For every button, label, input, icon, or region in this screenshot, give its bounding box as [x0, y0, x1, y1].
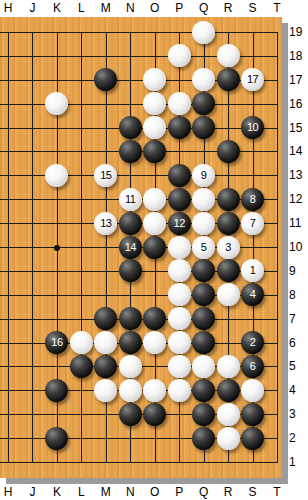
stone-P12	[168, 188, 191, 211]
col-label-bottom-S: S	[244, 485, 262, 499]
stone-P16	[168, 92, 191, 115]
stone-S2	[241, 427, 264, 450]
stone-Q19	[192, 21, 215, 44]
col-label-top-P: P	[170, 1, 188, 15]
stone-S15-move-10: 10	[241, 116, 264, 139]
stone-N3	[119, 403, 142, 426]
col-label-bottom-J: J	[23, 485, 41, 499]
stone-Q11	[192, 212, 215, 235]
row-label-14: 14	[289, 144, 308, 158]
stone-P6	[168, 331, 191, 354]
stone-Q4	[192, 379, 215, 402]
stone-O17	[143, 68, 166, 91]
stone-Q15	[192, 116, 215, 139]
stone-M6	[94, 331, 117, 354]
stone-L6	[70, 331, 93, 354]
stone-K6-move-16: 16	[45, 331, 68, 354]
stone-S12-move-8: 8	[241, 188, 264, 211]
col-label-top-J: J	[23, 1, 41, 15]
stone-P4	[168, 379, 191, 402]
grid-line-row-16	[0, 104, 278, 105]
stone-Q13-move-9: 9	[192, 164, 215, 187]
stone-R18	[217, 44, 240, 67]
stone-N14	[119, 140, 142, 163]
stone-Q6	[192, 331, 215, 354]
stone-P10	[168, 236, 191, 259]
col-label-top-L: L	[72, 1, 90, 15]
go-diagram: HJKLMNOPQRST 1710159118131271453141626 1…	[0, 0, 308, 500]
stone-S6-move-2: 2	[241, 331, 264, 354]
stone-R5	[217, 355, 240, 378]
stone-N15	[119, 116, 142, 139]
stone-S3	[241, 403, 264, 426]
stone-K13	[45, 164, 68, 187]
go-board[interactable]: 1710159118131271453141626	[0, 17, 282, 478]
grid-line-row-19	[0, 32, 278, 33]
stone-N5	[119, 355, 142, 378]
stone-O11	[143, 212, 166, 235]
stone-R11	[217, 212, 240, 235]
stone-Q8	[192, 283, 215, 306]
row-label-10: 10	[289, 240, 308, 254]
stone-O3	[143, 403, 166, 426]
row-label-19: 19	[289, 25, 308, 39]
stone-P5	[168, 355, 191, 378]
row-label-2: 2	[289, 431, 308, 445]
row-label-8: 8	[289, 288, 308, 302]
stone-K16	[45, 92, 68, 115]
stone-R10-move-3: 3	[217, 236, 240, 259]
col-label-top-T: T	[268, 1, 286, 15]
col-label-bottom-P: P	[170, 485, 188, 499]
col-label-top-S: S	[244, 1, 262, 15]
col-label-bottom-L: L	[72, 485, 90, 499]
row-label-1: 1	[289, 455, 308, 469]
stone-S8-move-4: 4	[241, 283, 264, 306]
stone-M17	[94, 68, 117, 91]
stone-R3	[217, 403, 240, 426]
row-label-12: 12	[289, 192, 308, 206]
stone-N4	[119, 379, 142, 402]
row-label-18: 18	[289, 49, 308, 63]
row-label-16: 16	[289, 97, 308, 111]
stone-N6	[119, 331, 142, 354]
stone-O12	[143, 188, 166, 211]
stone-Q12	[192, 188, 215, 211]
col-label-bottom-O: O	[146, 485, 164, 499]
stone-L5	[70, 355, 93, 378]
stone-S9-move-1: 1	[241, 259, 264, 282]
stone-P7	[168, 307, 191, 330]
stone-M5	[94, 355, 117, 378]
row-label-17: 17	[289, 73, 308, 87]
col-label-top-M: M	[97, 1, 115, 15]
stone-M13-move-15: 15	[94, 164, 117, 187]
col-label-bottom-N: N	[121, 485, 139, 499]
stone-S4	[241, 379, 264, 402]
stone-Q9	[192, 259, 215, 282]
col-label-bottom-K: K	[48, 485, 66, 499]
stone-P15	[168, 116, 191, 139]
stone-O7	[143, 307, 166, 330]
stone-K2	[45, 427, 68, 450]
stone-Q3	[192, 403, 215, 426]
row-label-13: 13	[289, 168, 308, 182]
grid-line-col-J	[32, 32, 33, 463]
stone-M4	[94, 379, 117, 402]
stone-O6	[143, 331, 166, 354]
stone-N9	[119, 259, 142, 282]
stone-Q7	[192, 307, 215, 330]
stone-Q5	[192, 355, 215, 378]
row-label-11: 11	[289, 216, 308, 230]
grid-line-col-L	[81, 32, 82, 463]
row-label-6: 6	[289, 336, 308, 350]
grid-line-col-T	[277, 32, 278, 463]
row-label-5: 5	[289, 359, 308, 373]
stone-Q17	[192, 68, 215, 91]
col-label-top-K: K	[48, 1, 66, 15]
row-label-3: 3	[289, 407, 308, 421]
col-label-bottom-Q: Q	[195, 485, 213, 499]
col-label-bottom-R: R	[219, 485, 237, 499]
stone-P9	[168, 259, 191, 282]
stone-Q16	[192, 92, 215, 115]
row-label-7: 7	[289, 312, 308, 326]
stone-N11	[119, 212, 142, 235]
stone-R14	[217, 140, 240, 163]
grid-line-col-H	[8, 32, 9, 463]
col-label-top-Q: Q	[195, 1, 213, 15]
stone-P11-move-12: 12	[168, 212, 191, 235]
stone-N12-move-11: 11	[119, 188, 142, 211]
col-label-top-R: R	[219, 1, 237, 15]
row-label-15: 15	[289, 121, 308, 135]
stone-S17-move-17: 17	[241, 68, 264, 91]
stone-O16	[143, 92, 166, 115]
stone-R2	[217, 427, 240, 450]
col-label-top-O: O	[146, 1, 164, 15]
col-label-top-N: N	[121, 1, 139, 15]
star-point-K10	[54, 245, 60, 251]
stone-O14	[143, 140, 166, 163]
grid-line-row-1	[0, 462, 278, 463]
stone-R12	[217, 188, 240, 211]
stone-O10	[143, 236, 166, 259]
stone-R4	[217, 379, 240, 402]
stone-Q10-move-5: 5	[192, 236, 215, 259]
stone-O4	[143, 379, 166, 402]
stone-M7	[94, 307, 117, 330]
stone-O15	[143, 116, 166, 139]
stone-K4	[45, 379, 68, 402]
stone-S5-move-6: 6	[241, 355, 264, 378]
stone-N10-move-14: 14	[119, 236, 142, 259]
stone-N7	[119, 307, 142, 330]
stone-Q2	[192, 427, 215, 450]
col-label-bottom-M: M	[97, 485, 115, 499]
stone-P13	[168, 164, 191, 187]
row-label-4: 4	[289, 383, 308, 397]
grid-line-row-13	[0, 175, 278, 176]
stone-P8	[168, 283, 191, 306]
col-label-bottom-H: H	[0, 485, 17, 499]
stone-R9	[217, 259, 240, 282]
col-label-top-H: H	[0, 1, 17, 15]
row-label-9: 9	[289, 264, 308, 278]
stone-P18	[168, 44, 191, 67]
stone-R8	[217, 283, 240, 306]
stone-R17	[217, 68, 240, 91]
stone-S11-move-7: 7	[241, 212, 264, 235]
stone-M11-move-13: 13	[94, 212, 117, 235]
col-label-bottom-T: T	[268, 485, 286, 499]
